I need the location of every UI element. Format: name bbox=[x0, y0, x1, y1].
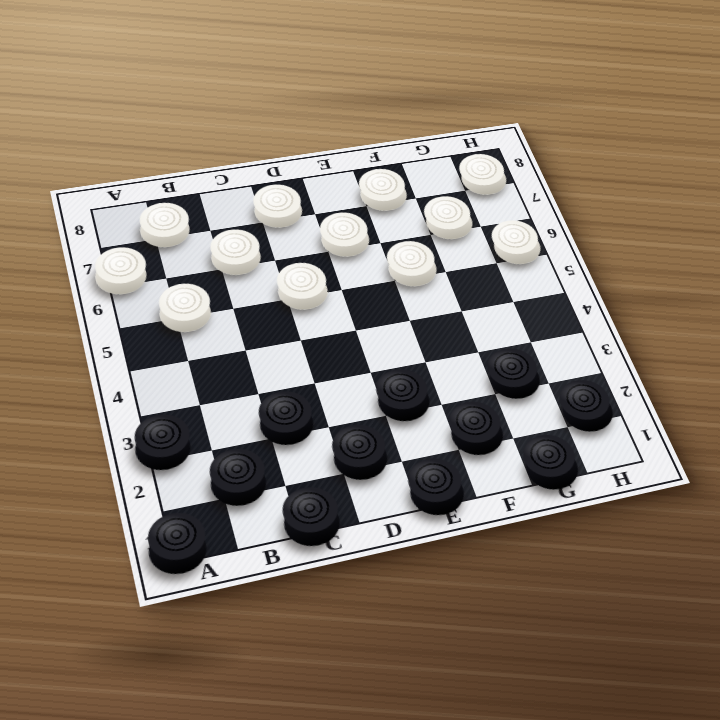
piece-white-a7[interactable] bbox=[92, 244, 151, 287]
piece-black-a1[interactable] bbox=[144, 507, 211, 565]
piece-black-b2[interactable] bbox=[205, 444, 270, 498]
piece-black-a3[interactable] bbox=[131, 410, 195, 462]
piece-white-b6[interactable] bbox=[155, 280, 215, 325]
photo-scene: ABCDEFGH ABCDEFGH 87654321 87654321 bbox=[0, 0, 720, 720]
piece-white-b8[interactable] bbox=[136, 200, 193, 241]
piece-white-c7[interactable] bbox=[206, 226, 264, 268]
